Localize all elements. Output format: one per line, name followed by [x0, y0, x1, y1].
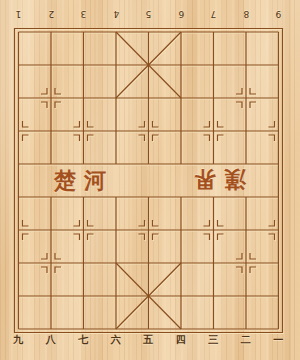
file-label-bottom-9: 九: [2, 333, 35, 347]
point-c6-r9[interactable]: [165, 279, 198, 312]
point-c6-r1[interactable]: [165, 15, 198, 48]
point-c7-r3[interactable]: [197, 81, 230, 114]
point-c6-r7[interactable]: [165, 213, 198, 246]
point-c2-r7[interactable]: [35, 213, 68, 246]
point-c1-r8[interactable]: [2, 246, 35, 279]
point-c3-r5[interactable]: [67, 147, 100, 180]
point-c6-r3[interactable]: [165, 81, 198, 114]
point-c5-r1[interactable]: [132, 15, 165, 48]
point-c3-r2[interactable]: [67, 48, 100, 81]
point-c8-r7[interactable]: [230, 213, 263, 246]
file-label-bottom-3: 三: [197, 333, 230, 347]
file-label-bottom-1: 一: [262, 333, 295, 347]
file-label-bottom-5: 五: [132, 333, 165, 347]
point-c8-r1[interactable]: [230, 15, 263, 48]
point-c3-r6[interactable]: [67, 180, 100, 213]
point-c9-r4[interactable]: [262, 114, 295, 147]
point-c3-r3[interactable]: [67, 81, 100, 114]
point-c4-r1[interactable]: [100, 15, 133, 48]
point-c2-r4[interactable]: [35, 114, 68, 147]
point-c1-r6[interactable]: [2, 180, 35, 213]
point-c8-r6[interactable]: [230, 180, 263, 213]
point-c2-r3[interactable]: [35, 81, 68, 114]
point-c9-r7[interactable]: [262, 213, 295, 246]
point-c2-r5[interactable]: [35, 147, 68, 180]
point-c6-r6[interactable]: [165, 180, 198, 213]
point-c1-r5[interactable]: [2, 147, 35, 180]
point-c1-r9[interactable]: [2, 279, 35, 312]
point-c2-r1[interactable]: [35, 15, 68, 48]
point-c6-r5[interactable]: [165, 147, 198, 180]
point-c5-r6[interactable]: [132, 180, 165, 213]
file-label-bottom-6: 六: [100, 333, 133, 347]
point-c2-r8[interactable]: [35, 246, 68, 279]
point-c7-r5[interactable]: [197, 147, 230, 180]
point-c4-r9[interactable]: [100, 279, 133, 312]
board-points-grid: [2, 15, 295, 345]
point-c5-r9[interactable]: [132, 279, 165, 312]
point-c5-r5[interactable]: [132, 147, 165, 180]
point-c9-r1[interactable]: [262, 15, 295, 48]
point-c9-r6[interactable]: [262, 180, 295, 213]
point-c3-r1[interactable]: [67, 15, 100, 48]
file-label-bottom-2: 二: [230, 333, 263, 347]
point-c8-r4[interactable]: [230, 114, 263, 147]
file-label-bottom-4: 四: [165, 333, 198, 347]
point-c8-r8[interactable]: [230, 246, 263, 279]
point-c1-r4[interactable]: [2, 114, 35, 147]
point-c5-r8[interactable]: [132, 246, 165, 279]
file-label-bottom-8: 八: [35, 333, 68, 347]
point-c9-r3[interactable]: [262, 81, 295, 114]
point-c1-r7[interactable]: [2, 213, 35, 246]
point-c4-r4[interactable]: [100, 114, 133, 147]
point-c4-r3[interactable]: [100, 81, 133, 114]
point-c8-r3[interactable]: [230, 81, 263, 114]
point-c2-r6[interactable]: [35, 180, 68, 213]
point-c4-r5[interactable]: [100, 147, 133, 180]
point-c6-r4[interactable]: [165, 114, 198, 147]
point-c2-r2[interactable]: [35, 48, 68, 81]
point-c5-r4[interactable]: [132, 114, 165, 147]
point-c2-r9[interactable]: [35, 279, 68, 312]
point-c3-r7[interactable]: [67, 213, 100, 246]
point-c7-r9[interactable]: [197, 279, 230, 312]
point-c9-r2[interactable]: [262, 48, 295, 81]
point-c5-r2[interactable]: [132, 48, 165, 81]
point-c7-r4[interactable]: [197, 114, 230, 147]
point-c4-r2[interactable]: [100, 48, 133, 81]
point-c3-r9[interactable]: [67, 279, 100, 312]
point-c9-r5[interactable]: [262, 147, 295, 180]
point-c7-r1[interactable]: [197, 15, 230, 48]
point-c7-r7[interactable]: [197, 213, 230, 246]
bottom-file-labels: 九 八 七 六 五 四 三 二 一: [2, 333, 295, 347]
point-c3-r8[interactable]: [67, 246, 100, 279]
point-c1-r1[interactable]: [2, 15, 35, 48]
point-c7-r8[interactable]: [197, 246, 230, 279]
point-c3-r4[interactable]: [67, 114, 100, 147]
point-c8-r5[interactable]: [230, 147, 263, 180]
xiangqi-board: 1 2 3 4 5 6 7 8 9: [0, 0, 300, 360]
point-c9-r8[interactable]: [262, 246, 295, 279]
point-c8-r9[interactable]: [230, 279, 263, 312]
point-c1-r3[interactable]: [2, 81, 35, 114]
point-c4-r7[interactable]: [100, 213, 133, 246]
point-c7-r2[interactable]: [197, 48, 230, 81]
point-c5-r3[interactable]: [132, 81, 165, 114]
point-c1-r2[interactable]: [2, 48, 35, 81]
point-c6-r8[interactable]: [165, 246, 198, 279]
point-c4-r8[interactable]: [100, 246, 133, 279]
point-c7-r6[interactable]: [197, 180, 230, 213]
point-c4-r6[interactable]: [100, 180, 133, 213]
point-c9-r9[interactable]: [262, 279, 295, 312]
point-c8-r2[interactable]: [230, 48, 263, 81]
point-c5-r7[interactable]: [132, 213, 165, 246]
file-label-bottom-7: 七: [67, 333, 100, 347]
point-c6-r2[interactable]: [165, 48, 198, 81]
